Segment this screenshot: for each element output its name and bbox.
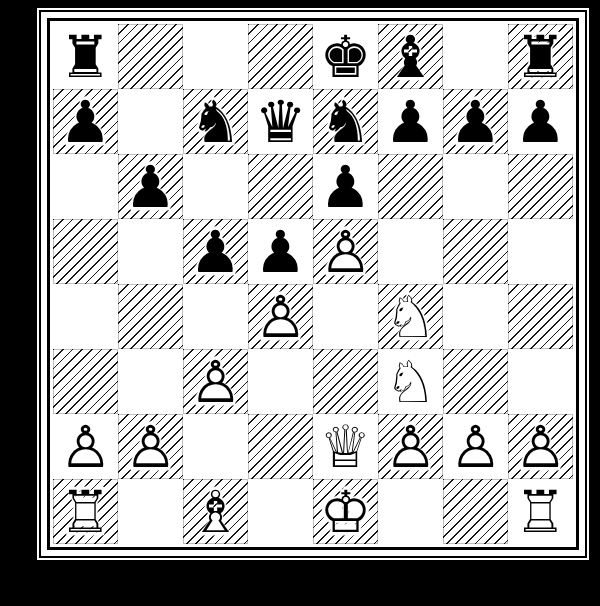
black-pawn-piece: ♟♟ — [443, 89, 508, 154]
white-pawn-icon: ♙ — [183, 349, 248, 414]
square-b7[interactable] — [118, 89, 183, 154]
white-king-icon: ♔ — [313, 479, 378, 544]
square-c2[interactable] — [183, 414, 248, 479]
square-c4[interactable] — [183, 284, 248, 349]
chess-board: ♜♜♚♚♝♝♜♜♟♟♞♞♛♛♞♞♟♟♟♟♟♟♟♟♟♟♟♟♟♟♟♙♟♙♞♘♟♙♞♘… — [53, 24, 573, 544]
black-pawn-icon: ♟ — [313, 154, 378, 219]
square-h4[interactable] — [508, 284, 573, 349]
white-pawn-icon: ♙ — [443, 414, 508, 479]
square-e2[interactable]: ♛♕ — [313, 414, 378, 479]
square-g3[interactable] — [443, 349, 508, 414]
black-pawn-piece: ♟♟ — [508, 89, 573, 154]
white-knight-icon: ♘ — [378, 349, 443, 414]
square-f8[interactable]: ♝♝ — [378, 24, 443, 89]
square-g2[interactable]: ♟♙ — [443, 414, 508, 479]
square-e3[interactable] — [313, 349, 378, 414]
square-b2[interactable]: ♟♙ — [118, 414, 183, 479]
square-g6[interactable] — [443, 154, 508, 219]
white-rook-icon: ♖ — [508, 479, 573, 544]
square-a4[interactable] — [53, 284, 118, 349]
square-e6[interactable]: ♟♟ — [313, 154, 378, 219]
white-knight-icon: ♘ — [378, 284, 443, 349]
white-pawn-piece: ♟♙ — [53, 414, 118, 479]
black-king-icon: ♚ — [313, 24, 378, 89]
black-pawn-piece: ♟♟ — [118, 154, 183, 219]
square-h6[interactable] — [508, 154, 573, 219]
black-pawn-icon: ♟ — [378, 89, 443, 154]
square-d3[interactable] — [248, 349, 313, 414]
square-d6[interactable] — [248, 154, 313, 219]
white-pawn-piece: ♟♙ — [508, 414, 573, 479]
white-pawn-icon: ♙ — [53, 414, 118, 479]
white-bishop-icon: ♗ — [183, 479, 248, 544]
black-pawn-icon: ♟ — [183, 219, 248, 284]
white-pawn-piece: ♟♙ — [443, 414, 508, 479]
square-a8[interactable]: ♜♜ — [53, 24, 118, 89]
square-b6[interactable]: ♟♟ — [118, 154, 183, 219]
square-d2[interactable] — [248, 414, 313, 479]
square-a7[interactable]: ♟♟ — [53, 89, 118, 154]
black-pawn-piece: ♟♟ — [378, 89, 443, 154]
square-h7[interactable]: ♟♟ — [508, 89, 573, 154]
black-pawn-icon: ♟ — [443, 89, 508, 154]
black-knight-icon: ♞ — [313, 89, 378, 154]
white-knight-piece: ♞♘ — [378, 349, 443, 414]
white-pawn-piece: ♟♙ — [183, 349, 248, 414]
square-a5[interactable] — [53, 219, 118, 284]
white-pawn-icon: ♙ — [508, 414, 573, 479]
square-f4[interactable]: ♞♘ — [378, 284, 443, 349]
black-pawn-icon: ♟ — [53, 89, 118, 154]
square-g8[interactable] — [443, 24, 508, 89]
black-queen-piece: ♛♛ — [248, 89, 313, 154]
square-e8[interactable]: ♚♚ — [313, 24, 378, 89]
white-pawn-icon: ♙ — [378, 414, 443, 479]
black-king-piece: ♚♚ — [313, 24, 378, 89]
square-f2[interactable]: ♟♙ — [378, 414, 443, 479]
white-queen-icon: ♕ — [313, 414, 378, 479]
white-pawn-icon: ♙ — [313, 219, 378, 284]
black-rook-icon: ♜ — [53, 24, 118, 89]
white-pawn-piece: ♟♙ — [248, 284, 313, 349]
square-b5[interactable] — [118, 219, 183, 284]
board-plate: ♜♜♚♚♝♝♜♜♟♟♞♞♛♛♞♞♟♟♟♟♟♟♟♟♟♟♟♟♟♟♟♙♟♙♞♘♟♙♞♘… — [37, 8, 589, 560]
black-rook-piece: ♜♜ — [508, 24, 573, 89]
square-a1[interactable]: ♜♖ — [53, 479, 118, 544]
square-b8[interactable] — [118, 24, 183, 89]
black-pawn-icon: ♟ — [118, 154, 183, 219]
square-f7[interactable]: ♟♟ — [378, 89, 443, 154]
square-e5[interactable]: ♟♙ — [313, 219, 378, 284]
square-g7[interactable]: ♟♟ — [443, 89, 508, 154]
black-pawn-piece: ♟♟ — [183, 219, 248, 284]
square-d4[interactable]: ♟♙ — [248, 284, 313, 349]
square-d1[interactable] — [248, 479, 313, 544]
square-h2[interactable]: ♟♙ — [508, 414, 573, 479]
black-rook-piece: ♜♜ — [53, 24, 118, 89]
white-queen-piece: ♛♕ — [313, 414, 378, 479]
square-e1[interactable]: ♚♔ — [313, 479, 378, 544]
black-pawn-icon: ♟ — [508, 89, 573, 154]
white-knight-piece: ♞♘ — [378, 284, 443, 349]
white-bishop-piece: ♝♗ — [183, 479, 248, 544]
board-frame-inner: ♜♜♚♚♝♝♜♜♟♟♞♞♛♛♞♞♟♟♟♟♟♟♟♟♟♟♟♟♟♟♟♙♟♙♞♘♟♙♞♘… — [47, 18, 579, 550]
square-f3[interactable]: ♞♘ — [378, 349, 443, 414]
white-pawn-icon: ♙ — [118, 414, 183, 479]
black-pawn-piece: ♟♟ — [248, 219, 313, 284]
square-a6[interactable] — [53, 154, 118, 219]
square-c6[interactable] — [183, 154, 248, 219]
white-pawn-icon: ♙ — [248, 284, 313, 349]
white-rook-piece: ♜♖ — [53, 479, 118, 544]
square-d5[interactable]: ♟♟ — [248, 219, 313, 284]
square-c5[interactable]: ♟♟ — [183, 219, 248, 284]
white-pawn-piece: ♟♙ — [118, 414, 183, 479]
black-pawn-icon: ♟ — [248, 219, 313, 284]
black-bishop-piece: ♝♝ — [378, 24, 443, 89]
page-background: ♜♜♚♚♝♝♜♜♟♟♞♞♛♛♞♞♟♟♟♟♟♟♟♟♟♟♟♟♟♟♟♙♟♙♞♘♟♙♞♘… — [0, 0, 600, 606]
black-pawn-piece: ♟♟ — [53, 89, 118, 154]
square-b4[interactable] — [118, 284, 183, 349]
white-pawn-piece: ♟♙ — [378, 414, 443, 479]
white-king-piece: ♚♔ — [313, 479, 378, 544]
square-h1[interactable]: ♜♖ — [508, 479, 573, 544]
black-knight-icon: ♞ — [183, 89, 248, 154]
square-g5[interactable] — [443, 219, 508, 284]
white-rook-icon: ♖ — [53, 479, 118, 544]
white-pawn-piece: ♟♙ — [313, 219, 378, 284]
square-c8[interactable] — [183, 24, 248, 89]
square-h5[interactable] — [508, 219, 573, 284]
square-h3[interactable] — [508, 349, 573, 414]
square-b3[interactable] — [118, 349, 183, 414]
white-rook-piece: ♜♖ — [508, 479, 573, 544]
square-b1[interactable] — [118, 479, 183, 544]
square-a2[interactable]: ♟♙ — [53, 414, 118, 479]
square-d7[interactable]: ♛♛ — [248, 89, 313, 154]
black-knight-piece: ♞♞ — [183, 89, 248, 154]
square-f5[interactable] — [378, 219, 443, 284]
square-g1[interactable] — [443, 479, 508, 544]
black-queen-icon: ♛ — [248, 89, 313, 154]
board-frame-outer: ♜♜♚♚♝♝♜♜♟♟♞♞♛♛♞♞♟♟♟♟♟♟♟♟♟♟♟♟♟♟♟♙♟♙♞♘♟♙♞♘… — [39, 10, 587, 558]
square-h8[interactable]: ♜♜ — [508, 24, 573, 89]
square-c1[interactable]: ♝♗ — [183, 479, 248, 544]
square-c7[interactable]: ♞♞ — [183, 89, 248, 154]
square-g4[interactable] — [443, 284, 508, 349]
square-e4[interactable] — [313, 284, 378, 349]
black-rook-icon: ♜ — [508, 24, 573, 89]
black-bishop-icon: ♝ — [378, 24, 443, 89]
square-c3[interactable]: ♟♙ — [183, 349, 248, 414]
black-knight-piece: ♞♞ — [313, 89, 378, 154]
square-d8[interactable] — [248, 24, 313, 89]
square-e7[interactable]: ♞♞ — [313, 89, 378, 154]
black-pawn-piece: ♟♟ — [313, 154, 378, 219]
square-f1[interactable] — [378, 479, 443, 544]
square-a3[interactable] — [53, 349, 118, 414]
square-f6[interactable] — [378, 154, 443, 219]
